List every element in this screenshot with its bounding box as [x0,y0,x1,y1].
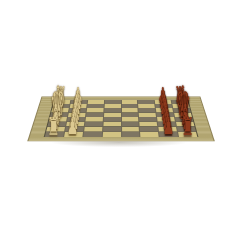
square [83,127,101,132]
square [121,132,139,137]
chessboard [27,96,215,141]
square [121,127,139,132]
square [44,132,63,137]
square [102,132,120,137]
square [46,127,65,132]
square [159,132,178,137]
square [65,127,83,132]
square [177,127,196,132]
square [140,132,158,137]
scene [0,0,235,235]
square [83,132,101,137]
chess-set-product-image: ♜♟♟♜♞♟♟♞♝♟♟♝♚♟♟♚♛♟♟♛♝♟♟♝♞♟♟♞♜♟♟♜ [0,0,235,235]
square [102,127,120,132]
square [158,127,176,132]
square [63,132,82,137]
square [140,127,158,132]
board-grid [43,100,198,137]
square [178,132,197,137]
